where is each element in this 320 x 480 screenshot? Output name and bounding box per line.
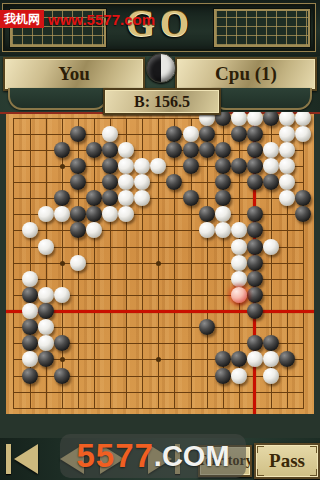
star-point — [60, 164, 65, 169]
black-stone — [263, 174, 279, 190]
white-stone — [118, 142, 134, 158]
black-stone — [183, 158, 199, 174]
black-stone — [22, 368, 38, 384]
territory-button[interactable]: Territory — [198, 445, 252, 477]
black-stone — [215, 368, 231, 384]
white-stone — [38, 239, 54, 255]
player-left-plaque: You — [3, 57, 145, 91]
black-stone — [22, 287, 38, 303]
white-stone — [54, 287, 70, 303]
turn-indicator-stone — [146, 53, 176, 83]
black-stone — [70, 126, 86, 142]
white-stone — [231, 368, 247, 384]
white-stone — [22, 222, 38, 238]
white-stone — [22, 303, 38, 319]
black-stone — [231, 158, 247, 174]
watermark-url: www.5577.com — [48, 11, 155, 28]
white-stone — [199, 222, 215, 238]
black-stone — [183, 142, 199, 158]
black-stone — [86, 190, 102, 206]
black-stone — [86, 142, 102, 158]
white-stone — [279, 142, 295, 158]
nav-forward-button[interactable] — [100, 443, 132, 475]
black-stone — [183, 190, 199, 206]
nav-start-bar-icon — [6, 444, 11, 474]
black-stone — [199, 126, 215, 142]
black-stone — [102, 174, 118, 190]
black-stone — [231, 126, 247, 142]
white-stone — [215, 206, 231, 222]
black-stone — [215, 158, 231, 174]
pass-corner-ornament — [257, 469, 264, 476]
black-stone — [22, 319, 38, 335]
black-stone — [70, 158, 86, 174]
black-stone — [199, 142, 215, 158]
white-stone — [279, 112, 295, 126]
nav-back-button[interactable] — [52, 443, 84, 475]
black-stone — [247, 126, 263, 142]
black-stone — [102, 142, 118, 158]
black-stone — [215, 351, 231, 367]
score-wing-right — [212, 88, 312, 110]
black-stone — [54, 368, 70, 384]
nav-end-button[interactable] — [148, 443, 180, 475]
white-stone — [118, 158, 134, 174]
pass-button[interactable]: Pass — [254, 443, 320, 479]
white-stone — [279, 126, 295, 142]
pass-corner-ornament — [257, 446, 264, 453]
white-stone — [263, 239, 279, 255]
grid-line-h — [13, 392, 304, 393]
black-stone — [247, 271, 263, 287]
white-stone — [22, 351, 38, 367]
black-stone — [199, 206, 215, 222]
black-stone — [215, 174, 231, 190]
black-stone — [247, 303, 263, 319]
white-stone — [231, 255, 247, 271]
watermark-badge: 我机网 — [0, 10, 44, 28]
white-stone — [263, 368, 279, 384]
black-stone — [247, 174, 263, 190]
black-stone — [247, 239, 263, 255]
star-point — [60, 261, 65, 266]
score-wing-left — [8, 88, 108, 110]
white-stone — [295, 126, 311, 142]
white-stone — [38, 287, 54, 303]
white-stone — [54, 206, 70, 222]
go-board[interactable] — [0, 112, 320, 438]
black-stone — [38, 351, 54, 367]
black-stone — [54, 335, 70, 351]
player-right-plaque: Cpu (1) — [175, 57, 317, 91]
black-stone — [263, 112, 279, 126]
black-stone — [247, 142, 263, 158]
pass-corner-ornament — [310, 469, 317, 476]
black-stone — [102, 158, 118, 174]
white-stone — [263, 142, 279, 158]
white-stone — [263, 158, 279, 174]
white-stone — [38, 319, 54, 335]
control-bar: Territory Pass — [0, 438, 320, 480]
black-stone — [247, 255, 263, 271]
black-stone — [22, 335, 38, 351]
nav-start-button[interactable] — [6, 443, 38, 475]
white-stone — [102, 126, 118, 142]
white-stone — [231, 271, 247, 287]
red-marked-stone — [231, 287, 247, 303]
black-stone — [199, 319, 215, 335]
black-stone — [215, 190, 231, 206]
black-stone — [215, 142, 231, 158]
white-stone — [183, 126, 199, 142]
pass-button-label: Pass — [269, 450, 305, 472]
nav-back-arrow-icon — [60, 444, 84, 474]
territory-button-label: Territory — [198, 453, 252, 469]
go-app-screen: GO 我机网 www.5577.com You Cpu (1) B: 156.5 — [0, 0, 320, 480]
black-stone — [38, 303, 54, 319]
black-stone — [54, 142, 70, 158]
black-stone — [247, 287, 263, 303]
black-stone — [247, 158, 263, 174]
black-stone — [54, 190, 70, 206]
white-stone — [231, 239, 247, 255]
white-stone — [231, 112, 247, 126]
grid-line-h — [13, 327, 304, 328]
white-stone — [38, 206, 54, 222]
star-point — [156, 261, 161, 266]
grid-line-h — [13, 408, 304, 409]
white-stone — [38, 335, 54, 351]
white-stone — [247, 112, 263, 126]
pass-corner-ornament — [310, 446, 317, 453]
nav-end-arrow-icon — [148, 444, 172, 474]
white-stone — [279, 158, 295, 174]
site-watermark-top: 我机网 www.5577.com — [0, 8, 155, 30]
black-stone — [70, 206, 86, 222]
nav-forward-arrow-icon — [100, 444, 124, 474]
white-stone — [70, 255, 86, 271]
black-stone — [70, 174, 86, 190]
white-stone — [22, 271, 38, 287]
nav-start-arrow-icon — [14, 444, 38, 474]
score-display: B: 156.5 — [103, 88, 221, 115]
nav-end-bar-icon — [175, 444, 180, 474]
